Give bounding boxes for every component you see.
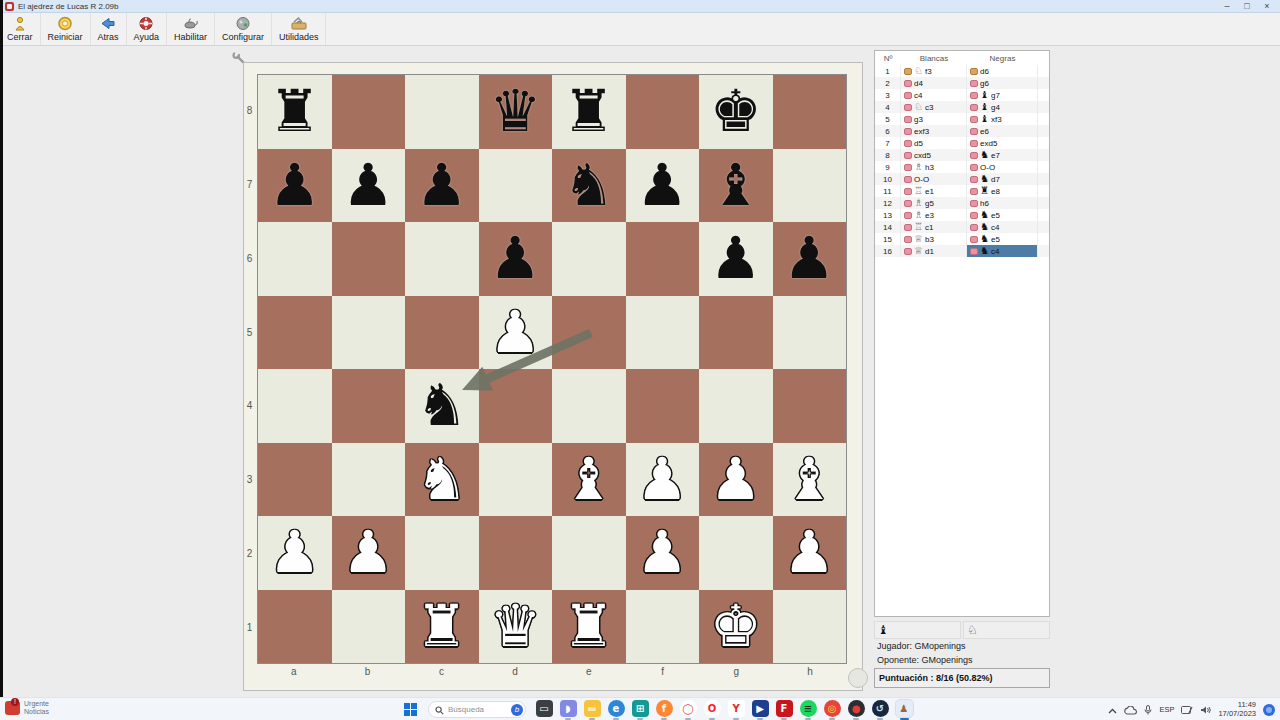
square-a5[interactable]: [258, 296, 332, 370]
square-a1[interactable]: [258, 590, 332, 664]
move-cell-black-11[interactable]: ♜e8: [967, 185, 1038, 197]
ayuda-button[interactable]: Ayuda: [127, 13, 167, 45]
chrome-browser-icon[interactable]: ◎: [823, 700, 841, 720]
firefox-browser-icon-glyph: f: [656, 700, 673, 717]
black-queen-piece[interactable]: ♛: [489, 75, 541, 148]
white-figurine-icon: ♗: [914, 210, 923, 220]
book-move-icon: [904, 212, 912, 219]
opponent-label: Oponente: GMopenings: [877, 655, 973, 665]
move-cell-white-4[interactable]: ♘c3: [901, 101, 967, 113]
square-e5[interactable]: [552, 296, 626, 370]
book-move-icon: [904, 152, 912, 159]
move-row-14: 14♖c1♞c4: [875, 221, 1049, 233]
speaker-icon[interactable]: [1200, 701, 1211, 719]
square-h8[interactable]: [773, 75, 847, 149]
move-row-5: 5g3♝xf3: [875, 113, 1049, 125]
edge-browser-icon[interactable]: e: [607, 700, 625, 720]
knight-toggle-button[interactable]: ♘: [963, 621, 1050, 639]
language-indicator[interactable]: ESP: [1159, 705, 1174, 714]
square-g5[interactable]: [699, 296, 773, 370]
square-h6[interactable]: ♟: [773, 222, 847, 296]
rank-label-5: 5: [243, 295, 256, 369]
move-rows: 1♘f3d62d4g63c4♝g74♘c3♝g45g3♝xf36exf3e67d…: [875, 65, 1049, 257]
move-san: c1: [925, 223, 933, 232]
title-bar: El ajedrez de Lucas R 2.09b – □ ×: [0, 0, 1280, 13]
move-number: 12: [875, 197, 901, 209]
white-pawn-piece[interactable]: ♟: [710, 443, 762, 516]
store-app-icon-glyph: ⊞: [632, 700, 649, 717]
square-c4[interactable]: ♞: [405, 369, 479, 443]
square-c1[interactable]: ♜: [405, 590, 479, 664]
configure-icon: [235, 16, 251, 31]
move-cell-white-3[interactable]: c4: [901, 89, 967, 101]
black-knight-piece[interactable]: ♞: [563, 149, 615, 222]
white-figurine-icon: ♗: [914, 198, 923, 208]
move-cell-white-2[interactable]: d4: [901, 77, 967, 89]
square-d4[interactable]: [479, 369, 553, 443]
square-e4[interactable]: [552, 369, 626, 443]
file-label-b: b: [331, 666, 405, 681]
bing-icon[interactable]: b: [511, 704, 523, 716]
lucas-chess-window: El ajedrez de Lucas R 2.09b – □ × Cerrar…: [0, 0, 1280, 720]
move-row-2: 2d4g6: [875, 77, 1049, 89]
black-rook-piece[interactable]: ♜: [563, 75, 615, 148]
square-c6[interactable]: [405, 222, 479, 296]
square-h7[interactable]: [773, 149, 847, 223]
rank-label-6: 6: [243, 222, 256, 296]
swirl-app-icon-glyph: ↺: [872, 700, 889, 717]
browser-ring-icon-glyph: ◯: [680, 700, 697, 717]
tray-chevron-icon[interactable]: [1108, 701, 1117, 719]
white-figurine-icon: ♖: [914, 186, 923, 196]
book-move-icon: [970, 236, 978, 243]
black-pawn-piece[interactable]: ♟: [783, 222, 835, 295]
move-san: e7: [991, 151, 1000, 160]
square-a8[interactable]: ♜: [258, 75, 332, 149]
atras-button[interactable]: Atras: [91, 13, 127, 45]
white-figurine-icon: ♗: [914, 162, 923, 172]
bishop-toggle-button[interactable]: ♝: [874, 621, 961, 639]
lucas-chess-taskbar-icon[interactable]: ♟: [895, 700, 913, 720]
move-cell-white-7[interactable]: d5: [901, 137, 967, 149]
square-g1[interactable]: ♚: [699, 590, 773, 664]
file-labels: abcdefgh: [257, 666, 847, 681]
square-e3[interactable]: ♝: [552, 443, 626, 517]
white-knight-piece[interactable]: ♞: [416, 443, 468, 516]
black-pawn-piece[interactable]: ♟: [342, 149, 394, 222]
white-king-piece[interactable]: ♚: [710, 590, 762, 663]
move-san: b3: [925, 235, 934, 244]
move-row-3: 3c4♝g7: [875, 89, 1049, 101]
square-b7[interactable]: ♟: [332, 149, 406, 223]
square-e6[interactable]: [552, 222, 626, 296]
move-san: cxd5: [914, 151, 931, 160]
black-figurine-icon: ♜: [980, 186, 989, 196]
capture-edge: [0, 0, 3, 697]
white-figurine-icon: ♖: [914, 222, 923, 232]
square-f2[interactable]: ♟: [626, 516, 700, 590]
square-e8[interactable]: ♜: [552, 75, 626, 149]
white-bishop-piece[interactable]: ♝: [563, 443, 615, 516]
square-a3[interactable]: [258, 443, 332, 517]
file-label-c: c: [405, 666, 479, 681]
black-king-piece[interactable]: ♚: [710, 75, 762, 148]
swirl-app-icon[interactable]: ↺: [871, 700, 889, 720]
black-figurine-icon: ♞: [980, 246, 989, 256]
move-cell-white-1[interactable]: ♘f3: [901, 65, 967, 77]
move-number: 6: [875, 125, 901, 137]
square-g7[interactable]: ♝: [699, 149, 773, 223]
book-move-icon: [970, 164, 978, 171]
book-move-icon: [970, 212, 978, 219]
black-pawn-piece[interactable]: ♟: [269, 149, 321, 222]
rank-label-8: 8: [243, 74, 256, 148]
move-list-header: Nº Blancas Negras: [875, 51, 1049, 65]
square-c8[interactable]: [405, 75, 479, 149]
file-label-a: a: [257, 666, 331, 681]
square-f3[interactable]: ♟: [626, 443, 700, 517]
microphone-icon[interactable]: [1144, 701, 1152, 719]
file-explorer-icon-glyph: ▬: [584, 700, 601, 717]
lamp-icon: [182, 16, 199, 31]
news-title: Urgente: [24, 700, 49, 708]
black-figurine-icon: ♞: [980, 234, 989, 244]
white-pawn-piece[interactable]: ♟: [636, 516, 688, 589]
book-move-icon: [904, 68, 912, 75]
move-san: e3: [925, 211, 934, 220]
move-cell-white-11[interactable]: ♖e1: [901, 185, 967, 197]
book-move-icon: [904, 188, 912, 195]
move-cell-white-5[interactable]: g3: [901, 113, 967, 125]
utilidades-button[interactable]: Utilidades: [272, 13, 327, 45]
book-move-icon: [904, 128, 912, 135]
black-pawn-piece[interactable]: ♟: [489, 222, 541, 295]
move-cell-black-15[interactable]: ♞e5: [967, 233, 1038, 245]
square-e2[interactable]: [552, 516, 626, 590]
player-label: Jugador: GMopenings: [877, 641, 966, 651]
black-figurine-icon: ♞: [980, 210, 989, 220]
square-d3[interactable]: [479, 443, 553, 517]
toolbar: Cerrar Reiniciar Atras Ayuda Habilitar C…: [0, 13, 1280, 46]
square-c7[interactable]: ♟: [405, 149, 479, 223]
square-a2[interactable]: ♟: [258, 516, 332, 590]
move-number: 7: [875, 137, 901, 149]
news-subtitle: Noticias: [24, 708, 49, 716]
move-san: d7: [991, 175, 1000, 184]
book-move-icon: [970, 128, 978, 135]
spotify-app-icon[interactable]: ≡: [799, 700, 817, 720]
move-cell-white-10[interactable]: O-O: [901, 173, 967, 185]
move-cell-black-2[interactable]: g6: [967, 77, 1038, 89]
book-move-icon: [970, 188, 978, 195]
maximize-button[interactable]: □: [1238, 1, 1256, 11]
white-rook-piece[interactable]: ♜: [563, 590, 615, 663]
black-rook-piece[interactable]: ♜: [269, 75, 321, 148]
onedrive-cloud-icon[interactable]: [1124, 701, 1137, 719]
store-app-icon[interactable]: ⊞: [631, 700, 649, 720]
square-d2[interactable]: [479, 516, 553, 590]
yandex-browser-icon[interactable]: Y: [727, 700, 745, 720]
taskbar-apps: ▭◗▬e⊞f◯OY▶F≡◎●↺♟: [535, 700, 913, 720]
move-cell-white-12[interactable]: ♗g5: [901, 197, 967, 209]
square-a4[interactable]: [258, 369, 332, 443]
header-move-number: Nº: [875, 54, 901, 63]
file-label-h: h: [773, 666, 847, 681]
move-number: 15: [875, 233, 901, 245]
move-cell-white-13[interactable]: ♗e3: [901, 209, 967, 221]
move-cell-black-1[interactable]: d6: [967, 65, 1038, 77]
chess-board[interactable]: ♜♛♜♚♟♟♟♞♟♝♟♟♟♟♞♞♝♟♟♝♟♟♟♟♜♛♜♚: [257, 74, 847, 664]
square-d8[interactable]: ♛: [479, 75, 553, 149]
square-f7[interactable]: ♟: [626, 149, 700, 223]
square-b2[interactable]: ♟: [332, 516, 406, 590]
square-b4[interactable]: [332, 369, 406, 443]
square-c2[interactable]: [405, 516, 479, 590]
white-pawn-piece[interactable]: ♟: [783, 516, 835, 589]
white-pawn-piece[interactable]: ♟: [269, 516, 321, 589]
move-number: 11: [875, 185, 901, 197]
square-a6[interactable]: [258, 222, 332, 296]
file-explorer-icon[interactable]: ▬: [583, 700, 601, 720]
cerrar-button[interactable]: Cerrar: [0, 13, 41, 45]
display-app-icon-glyph: ▭: [536, 700, 553, 717]
start-button[interactable]: [404, 703, 417, 716]
rank-label-4: 4: [243, 369, 256, 443]
move-cell-white-16[interactable]: ♕d1: [901, 245, 967, 257]
move-cell-black-14[interactable]: ♞c4: [967, 221, 1038, 233]
book-move-icon: [904, 116, 912, 123]
minimize-button[interactable]: –: [1218, 1, 1236, 11]
square-b1[interactable]: [332, 590, 406, 664]
rank-label-2: 2: [243, 517, 256, 591]
square-f6[interactable]: [626, 222, 700, 296]
square-d1[interactable]: ♛: [479, 590, 553, 664]
reiniciar-button[interactable]: Reiniciar: [41, 13, 91, 45]
move-san: f3: [925, 67, 932, 76]
move-cell-white-9[interactable]: ♗h3: [901, 161, 967, 173]
white-figurine-icon: ♕: [914, 246, 923, 256]
move-san: d5: [914, 139, 923, 148]
move-cell-black-4[interactable]: ♝g4: [967, 101, 1038, 113]
black-figurine-icon: ♞: [980, 222, 989, 232]
system-tray: ESP 11:49 17/07/2023: [1108, 698, 1275, 720]
move-row-16: 16♕d1♞c4: [875, 245, 1049, 257]
move-number: 9: [875, 161, 901, 173]
white-queen-piece[interactable]: ♛: [489, 590, 541, 663]
book-move-icon: [970, 80, 978, 87]
square-b8[interactable]: [332, 75, 406, 149]
square-e1[interactable]: ♜: [552, 590, 626, 664]
square-h3[interactable]: ♝: [773, 443, 847, 517]
white-rook-piece[interactable]: ♜: [416, 590, 468, 663]
black-pawn-piece[interactable]: ♟: [710, 222, 762, 295]
move-cell-white-8[interactable]: cxd5: [901, 149, 967, 161]
move-cell-black-10[interactable]: ♞d7: [967, 173, 1038, 185]
move-san: c4: [991, 247, 999, 256]
book-move-icon: [970, 68, 978, 75]
square-f1[interactable]: [626, 590, 700, 664]
arrow-app-icon[interactable]: ▶: [751, 700, 769, 720]
opera-browser-icon[interactable]: O: [703, 700, 721, 720]
black-knight-piece[interactable]: ♞: [416, 369, 468, 442]
display-app-icon[interactable]: ▭: [535, 700, 553, 720]
square-g8[interactable]: ♚: [699, 75, 773, 149]
file-label-e: e: [552, 666, 626, 681]
square-b6[interactable]: [332, 222, 406, 296]
firefox-browser-icon[interactable]: f: [655, 700, 673, 720]
header-black: Negras: [967, 54, 1038, 63]
close-button[interactable]: ×: [1258, 1, 1276, 11]
white-pawn-piece[interactable]: ♟: [342, 516, 394, 589]
move-number: 1: [875, 65, 901, 77]
move-row-6: 6exf3e6: [875, 125, 1049, 137]
flipboard-app-icon[interactable]: F: [775, 700, 793, 720]
square-h5[interactable]: [773, 296, 847, 370]
move-san: c3: [925, 103, 933, 112]
move-row-8: 8cxd5♞e7: [875, 149, 1049, 161]
square-a7[interactable]: ♟: [258, 149, 332, 223]
rank-label-1: 1: [243, 590, 256, 664]
lucas-chess-taskbar-icon-glyph: ♟: [896, 700, 913, 717]
configurar-button[interactable]: Configurar: [215, 13, 272, 45]
square-b3[interactable]: [332, 443, 406, 517]
black-bishop-piece[interactable]: ♝: [710, 149, 762, 222]
white-bishop-piece[interactable]: ♝: [783, 443, 835, 516]
move-number: 16: [875, 245, 901, 257]
move-row-7: 7d5exd5: [875, 137, 1049, 149]
book-move-icon: [970, 200, 978, 207]
black-pawn-piece[interactable]: ♟: [416, 149, 468, 222]
habilitar-button[interactable]: Habilitar: [167, 13, 215, 45]
black-figurine-icon: ♝: [980, 102, 989, 112]
book-move-icon: [970, 116, 978, 123]
turn-indicator-circle[interactable]: [848, 668, 868, 688]
move-cell-black-6[interactable]: e6: [967, 125, 1038, 137]
file-label-g: g: [700, 666, 774, 681]
move-san: xf3: [991, 115, 1002, 124]
move-number: 4: [875, 101, 901, 113]
move-san: e5: [991, 235, 1000, 244]
move-san: O-O: [980, 163, 995, 172]
square-f4[interactable]: [626, 369, 700, 443]
news-widget[interactable]: Urgente Noticias: [5, 700, 49, 716]
move-number: 5: [875, 113, 901, 125]
move-san: O-O: [914, 175, 929, 184]
move-cell-white-6[interactable]: exf3: [901, 125, 967, 137]
square-e7[interactable]: ♞: [552, 149, 626, 223]
move-cell-white-14[interactable]: ♖c1: [901, 221, 967, 233]
move-cell-black-16[interactable]: ♞c4: [967, 245, 1038, 257]
header-white: Blancas: [901, 54, 967, 63]
tablet-pen-icon[interactable]: [1181, 701, 1193, 719]
move-cell-black-7[interactable]: exd5: [967, 137, 1038, 149]
clock[interactable]: 11:49 17/07/2023: [1218, 701, 1256, 718]
move-cell-white-15[interactable]: ♕b3: [901, 233, 967, 245]
move-cell-black-8[interactable]: ♞e7: [967, 149, 1038, 161]
move-number: 13: [875, 209, 901, 221]
white-knight-icon: ♘: [967, 623, 978, 637]
move-cell-black-13[interactable]: ♞e5: [967, 209, 1038, 221]
square-g2[interactable]: [699, 516, 773, 590]
square-d6[interactable]: ♟: [479, 222, 553, 296]
square-c3[interactable]: ♞: [405, 443, 479, 517]
white-figurine-icon: ♘: [914, 66, 923, 76]
move-san: exd5: [980, 139, 997, 148]
square-h2[interactable]: ♟: [773, 516, 847, 590]
square-f8[interactable]: [626, 75, 700, 149]
white-pawn-piece[interactable]: ♟: [636, 443, 688, 516]
exit-icon: [12, 16, 28, 31]
book-move-icon: [904, 104, 912, 111]
rank-label-7: 7: [243, 148, 256, 222]
move-cell-black-5[interactable]: ♝xf3: [967, 113, 1038, 125]
chat-app-icon[interactable]: ◗: [559, 700, 577, 720]
dark-app-icon[interactable]: ●: [847, 700, 865, 720]
book-move-icon: [970, 224, 978, 231]
square-f5[interactable]: [626, 296, 700, 370]
square-g6[interactable]: ♟: [699, 222, 773, 296]
move-number: 10: [875, 173, 901, 185]
black-figurine-icon: ♝: [980, 90, 989, 100]
black-pawn-piece[interactable]: ♟: [636, 149, 688, 222]
book-move-icon: [904, 164, 912, 171]
square-b5[interactable]: [332, 296, 406, 370]
square-h4[interactable]: [773, 369, 847, 443]
search-box[interactable]: Búsqueda b: [428, 701, 526, 718]
square-g3[interactable]: ♟: [699, 443, 773, 517]
move-cell-black-9[interactable]: O-O: [967, 161, 1038, 173]
white-pawn-piece[interactable]: ♟: [489, 296, 541, 369]
edge-browser-icon-glyph: e: [608, 700, 625, 717]
square-g4[interactable]: [699, 369, 773, 443]
file-label-d: d: [478, 666, 552, 681]
restart-icon: [57, 16, 73, 31]
move-san: g3: [914, 115, 923, 124]
black-figurine-icon: ♞: [980, 174, 989, 184]
move-cell-black-3[interactable]: ♝g7: [967, 89, 1038, 101]
square-h1[interactable]: [773, 590, 847, 664]
move-cell-black-12[interactable]: h6: [967, 197, 1038, 209]
notification-center-icon[interactable]: [1263, 704, 1275, 716]
square-c5[interactable]: [405, 296, 479, 370]
browser-ring-icon[interactable]: ◯: [679, 700, 697, 720]
move-number: 8: [875, 149, 901, 161]
move-san: h3: [925, 163, 934, 172]
book-move-icon: [904, 140, 912, 147]
black-bishop-icon: ♝: [878, 623, 889, 637]
white-figurine-icon: ♘: [914, 102, 923, 112]
white-figurine-icon: ♕: [914, 234, 923, 244]
dark-app-icon-glyph: ●: [848, 700, 865, 717]
window-title: El ajedrez de Lucas R 2.09b: [18, 2, 119, 11]
book-move-icon: [970, 92, 978, 99]
book-move-icon: [904, 200, 912, 207]
move-number: 3: [875, 89, 901, 101]
yandex-browser-icon-glyph: Y: [728, 700, 745, 717]
score-box: Puntuación : 8/16 (50.82%): [874, 668, 1050, 688]
move-row-12: 12♗g5h6: [875, 197, 1049, 209]
move-row-1: 1♘f3d6: [875, 65, 1049, 77]
move-san: g5: [925, 199, 934, 208]
help-icon: [138, 16, 154, 31]
square-d5[interactable]: ♟: [479, 296, 553, 370]
book-move-icon: [970, 152, 978, 159]
search-placeholder: Búsqueda: [448, 705, 507, 714]
move-san: e6: [980, 127, 989, 136]
black-figurine-icon: ♝: [980, 114, 989, 124]
piece-toggle-buttons: ♝ ♘: [874, 621, 1050, 639]
square-d7[interactable]: [479, 149, 553, 223]
